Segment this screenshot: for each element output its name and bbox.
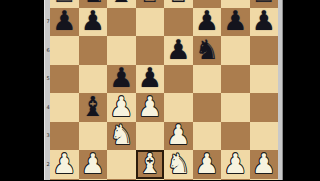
piece-black-pawn[interactable]: ♟ [109, 64, 133, 91]
square-e5[interactable] [164, 65, 193, 94]
letterbox-right [283, 0, 320, 180]
square-a3[interactable] [50, 122, 79, 151]
square-d3[interactable] [136, 122, 165, 151]
piece-black-pawn[interactable]: ♟ [81, 7, 105, 34]
square-d2[interactable]: ♝ [136, 150, 165, 179]
piece-black-pawn[interactable]: ♟ [52, 7, 76, 34]
square-h7[interactable]: ♟ [250, 8, 279, 37]
right-strip [278, 0, 283, 180]
piece-black-bishop[interactable]: ♝ [109, 0, 133, 6]
piece-white-knight[interactable]: ♞ [166, 150, 190, 177]
piece-white-rook[interactable]: ♜ [252, 178, 276, 180]
piece-white-bishop[interactable]: ♝ [138, 150, 162, 177]
rank-label-3: 3 [45, 132, 51, 139]
square-f1[interactable]: ♝ [193, 179, 222, 181]
piece-white-rook[interactable]: ♜ [52, 178, 76, 180]
square-e1[interactable]: ♚ [164, 179, 193, 181]
square-f2[interactable]: ♟ [193, 150, 222, 179]
square-h6[interactable] [250, 36, 279, 65]
piece-white-pawn[interactable]: ♟ [52, 150, 76, 177]
piece-white-pawn[interactable]: ♟ [109, 93, 133, 120]
square-d1[interactable]: ♛ [136, 179, 165, 181]
square-b5[interactable] [79, 65, 108, 94]
square-d4[interactable]: ♟ [136, 93, 165, 122]
square-b2[interactable]: ♟ [79, 150, 108, 179]
square-b7[interactable]: ♟ [79, 8, 108, 37]
board: ♜♞♝♛♚♜♟♟♟♟♟♟♞♟♟♝♟♟♞♟♟♟♝♞♟♟♟♜♛♚♝♜ [50, 0, 278, 180]
square-e8[interactable]: ♚ [164, 0, 193, 8]
square-a4[interactable] [50, 93, 79, 122]
piece-black-pawn[interactable]: ♟ [252, 7, 276, 34]
square-f4[interactable] [193, 93, 222, 122]
square-h1[interactable]: ♜ [250, 179, 279, 181]
square-g6[interactable] [221, 36, 250, 65]
square-c2[interactable] [107, 150, 136, 179]
square-h2[interactable]: ♟ [250, 150, 279, 179]
square-a1[interactable]: ♜ [50, 179, 79, 181]
piece-black-king[interactable]: ♚ [166, 0, 190, 6]
square-g7[interactable]: ♟ [221, 8, 250, 37]
square-e4[interactable] [164, 93, 193, 122]
rank-label-5: 5 [45, 75, 51, 82]
rank-label-7: 7 [45, 18, 51, 25]
piece-white-pawn[interactable]: ♟ [166, 121, 190, 148]
piece-black-pawn[interactable]: ♟ [166, 36, 190, 63]
square-a6[interactable] [50, 36, 79, 65]
square-d7[interactable] [136, 8, 165, 37]
square-f6[interactable]: ♞ [193, 36, 222, 65]
square-g3[interactable] [221, 122, 250, 151]
square-a2[interactable]: ♟ [50, 150, 79, 179]
square-c4[interactable]: ♟ [107, 93, 136, 122]
piece-black-knight[interactable]: ♞ [195, 36, 219, 63]
square-h3[interactable] [250, 122, 279, 151]
piece-white-pawn[interactable]: ♟ [252, 150, 276, 177]
square-e2[interactable]: ♞ [164, 150, 193, 179]
square-g5[interactable] [221, 65, 250, 94]
piece-white-pawn[interactable]: ♟ [138, 93, 162, 120]
square-h5[interactable] [250, 65, 279, 94]
piece-white-pawn[interactable]: ♟ [81, 150, 105, 177]
square-f7[interactable]: ♟ [193, 8, 222, 37]
piece-black-pawn[interactable]: ♟ [138, 64, 162, 91]
rank-label-4: 4 [45, 104, 51, 111]
letterbox-left [0, 0, 44, 180]
square-c7[interactable] [107, 8, 136, 37]
piece-white-pawn[interactable]: ♟ [195, 150, 219, 177]
piece-white-king[interactable]: ♚ [166, 178, 190, 180]
piece-white-pawn[interactable]: ♟ [223, 150, 247, 177]
piece-black-queen[interactable]: ♛ [138, 0, 162, 6]
square-d6[interactable] [136, 36, 165, 65]
square-d8[interactable]: ♛ [136, 0, 165, 8]
square-c1[interactable] [107, 179, 136, 181]
square-c3[interactable]: ♞ [107, 122, 136, 151]
square-g2[interactable]: ♟ [221, 150, 250, 179]
square-f3[interactable] [193, 122, 222, 151]
square-a7[interactable]: ♟ [50, 8, 79, 37]
square-g4[interactable] [221, 93, 250, 122]
square-e7[interactable] [164, 8, 193, 37]
square-c8[interactable]: ♝ [107, 0, 136, 8]
rank-label-6: 6 [45, 47, 51, 54]
square-f5[interactable] [193, 65, 222, 94]
square-e6[interactable]: ♟ [164, 36, 193, 65]
piece-white-knight[interactable]: ♞ [109, 121, 133, 148]
square-h4[interactable] [250, 93, 279, 122]
rank-label-2: 2 [45, 161, 51, 168]
square-a5[interactable] [50, 65, 79, 94]
square-d5[interactable]: ♟ [136, 65, 165, 94]
piece-white-queen[interactable]: ♛ [138, 178, 162, 180]
square-b6[interactable] [79, 36, 108, 65]
square-b3[interactable] [79, 122, 108, 151]
square-c6[interactable] [107, 36, 136, 65]
square-e3[interactable]: ♟ [164, 122, 193, 151]
piece-black-pawn[interactable]: ♟ [223, 7, 247, 34]
piece-black-bishop[interactable]: ♝ [81, 93, 105, 120]
rank-strip: 87654321 [44, 0, 50, 180]
square-c5[interactable]: ♟ [107, 65, 136, 94]
piece-black-pawn[interactable]: ♟ [195, 7, 219, 34]
piece-white-bishop[interactable]: ♝ [195, 178, 219, 180]
square-b4[interactable]: ♝ [79, 93, 108, 122]
